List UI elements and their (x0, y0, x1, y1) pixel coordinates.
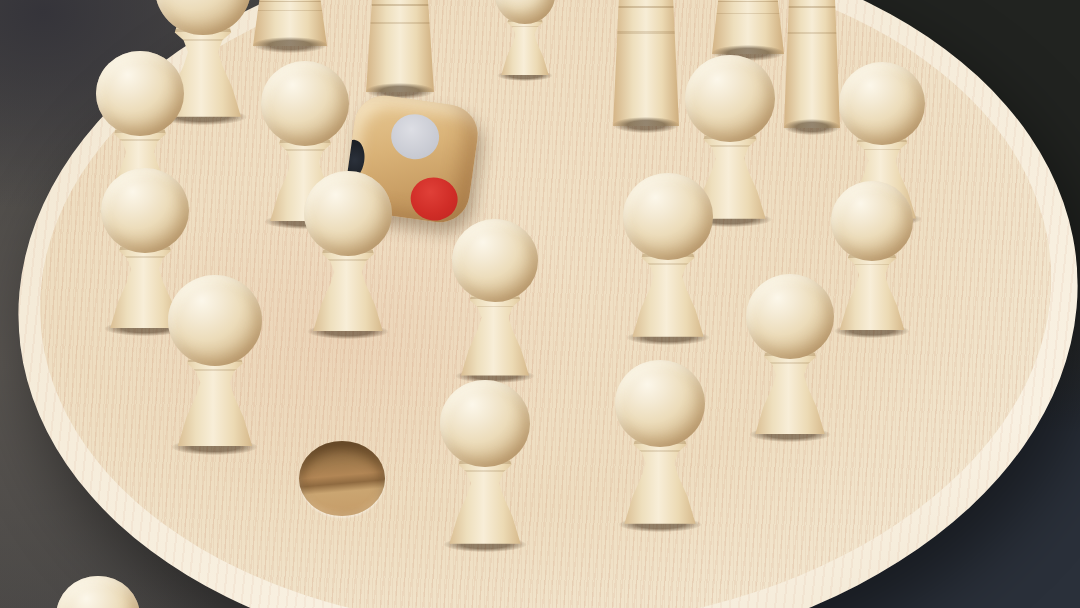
peg-head (452, 219, 538, 302)
peg-head (839, 62, 925, 145)
peg[interactable] (784, 0, 840, 128)
peg-body (613, 0, 679, 126)
peg-head (623, 173, 713, 260)
peg-head (261, 61, 349, 146)
peg-base-shadow (613, 117, 679, 133)
peg[interactable] (827, 181, 917, 341)
peg-base-shadow (784, 119, 840, 135)
peg-body (366, 0, 434, 92)
peg[interactable] (253, 0, 327, 46)
off-board-peg[interactable] (52, 576, 144, 608)
photo-scene (0, 0, 1080, 608)
peg-head (615, 360, 705, 447)
peg[interactable] (619, 173, 718, 349)
peg[interactable] (366, 0, 434, 92)
peg-head (495, 0, 555, 24)
peg[interactable] (163, 275, 266, 458)
peg[interactable] (712, 0, 784, 54)
peg[interactable] (492, 0, 558, 83)
peg-head (96, 51, 184, 136)
peg-head (746, 274, 834, 359)
die-white-dot-face (388, 111, 442, 162)
peg-head (440, 380, 530, 467)
peg-body (784, 0, 840, 128)
empty-peg-hole[interactable] (299, 441, 385, 516)
peg-head (685, 55, 775, 142)
peg-head (168, 275, 262, 366)
peg-head (101, 168, 189, 253)
peg-head (56, 576, 140, 608)
peg[interactable] (613, 0, 679, 126)
peg-base-shadow (253, 37, 327, 53)
peg[interactable] (742, 274, 839, 446)
peg[interactable] (436, 380, 535, 556)
peg[interactable] (448, 219, 543, 387)
peg[interactable] (611, 360, 710, 536)
die-red-dot-face (408, 174, 461, 223)
peg[interactable] (300, 171, 397, 343)
peg-head (304, 171, 392, 256)
peg-head (155, 0, 251, 35)
peg-head (831, 181, 913, 261)
